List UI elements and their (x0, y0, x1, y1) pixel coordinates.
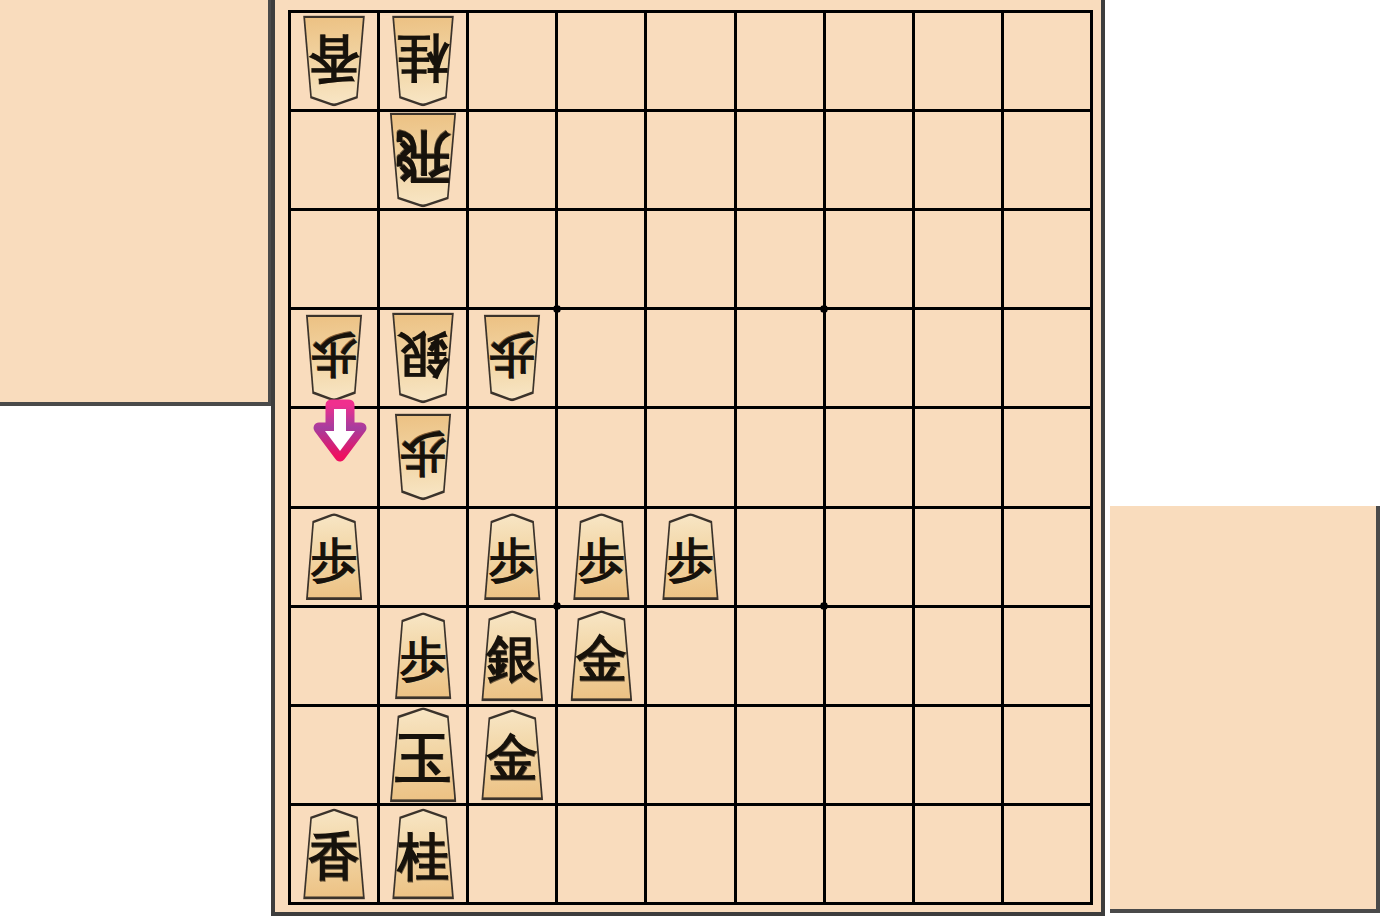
square-8g[interactable]: 歩 (380, 608, 466, 704)
sente-pawn-9f[interactable]: 歩 (298, 513, 370, 600)
square-9a[interactable]: 香 (291, 13, 377, 109)
square-5i[interactable] (647, 806, 733, 902)
square-1i[interactable] (1004, 806, 1090, 902)
square-9d[interactable]: 歩 (291, 310, 377, 406)
square-5c[interactable] (647, 211, 733, 307)
square-8b[interactable]: 飛 (380, 112, 466, 208)
square-7a[interactable] (469, 13, 555, 109)
square-3e[interactable] (826, 409, 912, 505)
board-grid: 香桂飛歩銀歩歩歩歩歩歩歩銀金玉金香桂 (288, 10, 1093, 905)
piece-kanji: 歩 (654, 537, 726, 583)
gote-piece-stand[interactable] (0, 0, 272, 406)
square-3c[interactable] (826, 211, 912, 307)
square-1c[interactable] (1004, 211, 1090, 307)
square-4b[interactable] (737, 112, 823, 208)
square-2h[interactable] (915, 707, 1001, 803)
square-8i[interactable]: 桂 (380, 806, 466, 902)
square-8f[interactable] (380, 509, 466, 605)
square-3i[interactable] (826, 806, 912, 902)
square-6c[interactable] (558, 211, 644, 307)
square-2c[interactable] (915, 211, 1001, 307)
move-arrow-icon (311, 398, 369, 466)
piece-kanji: 歩 (476, 537, 548, 583)
square-4h[interactable] (737, 707, 823, 803)
square-7c[interactable] (469, 211, 555, 307)
square-2f[interactable] (915, 509, 1001, 605)
square-1a[interactable] (1004, 13, 1090, 109)
sente-lance-9i[interactable]: 香 (295, 808, 374, 899)
square-3f[interactable] (826, 509, 912, 605)
square-2a[interactable] (915, 13, 1001, 109)
square-7g[interactable]: 銀 (469, 608, 555, 704)
star-point (554, 602, 561, 609)
square-6f[interactable]: 歩 (558, 509, 644, 605)
piece-kanji: 金 (473, 733, 552, 784)
star-point (554, 306, 561, 313)
square-1e[interactable] (1004, 409, 1090, 505)
square-8h[interactable]: 玉 (380, 707, 466, 803)
square-9f[interactable]: 歩 (291, 509, 377, 605)
square-9h[interactable] (291, 707, 377, 803)
square-7b[interactable] (469, 112, 555, 208)
square-8d[interactable]: 銀 (380, 310, 466, 406)
square-6e[interactable] (558, 409, 644, 505)
square-6g[interactable]: 金 (558, 608, 644, 704)
gote-silver-8d[interactable]: 銀 (384, 313, 463, 404)
square-1g[interactable] (1004, 608, 1090, 704)
sente-piece-stand[interactable] (1110, 506, 1380, 913)
square-9i[interactable]: 香 (291, 806, 377, 902)
piece-kanji: 飛 (381, 128, 466, 184)
piece-kanji: 歩 (298, 332, 370, 378)
gote-pawn-7d[interactable]: 歩 (476, 315, 548, 402)
square-7d[interactable]: 歩 (469, 310, 555, 406)
gote-knight-8a[interactable]: 桂 (384, 16, 463, 107)
square-4c[interactable] (737, 211, 823, 307)
sente-silver-7g[interactable]: 銀 (473, 610, 552, 701)
sente-pawn-6f[interactable]: 歩 (565, 513, 637, 600)
gote-pawn-8e[interactable]: 歩 (387, 414, 459, 501)
square-7e[interactable] (469, 409, 555, 505)
square-9g[interactable] (291, 608, 377, 704)
shogi-diagram: 香桂飛歩銀歩歩歩歩歩歩歩銀金玉金香桂 (0, 0, 1380, 916)
square-7i[interactable] (469, 806, 555, 902)
sente-gold-6g[interactable]: 金 (562, 610, 641, 701)
square-5e[interactable] (647, 409, 733, 505)
star-point (820, 306, 827, 313)
square-1f[interactable] (1004, 509, 1090, 605)
square-3b[interactable] (826, 112, 912, 208)
piece-kanji: 香 (295, 832, 374, 883)
square-6h[interactable] (558, 707, 644, 803)
sente-pawn-5f[interactable]: 歩 (654, 513, 726, 600)
square-2b[interactable] (915, 112, 1001, 208)
piece-kanji: 歩 (387, 431, 459, 477)
square-1h[interactable] (1004, 707, 1090, 803)
sente-gold-7h[interactable]: 金 (473, 709, 552, 800)
square-8c[interactable] (380, 211, 466, 307)
square-8a[interactable]: 桂 (380, 13, 466, 109)
sente-pawn-7f[interactable]: 歩 (476, 513, 548, 600)
square-2e[interactable] (915, 409, 1001, 505)
piece-kanji: 銀 (384, 329, 463, 380)
piece-kanji: 銀 (473, 634, 552, 685)
square-9b[interactable] (291, 112, 377, 208)
shogi-board: 香桂飛歩銀歩歩歩歩歩歩歩銀金玉金香桂 (271, 0, 1105, 916)
square-2i[interactable] (915, 806, 1001, 902)
square-6i[interactable] (558, 806, 644, 902)
square-4g[interactable] (737, 608, 823, 704)
square-6a[interactable] (558, 13, 644, 109)
square-5f[interactable]: 歩 (647, 509, 733, 605)
square-1d[interactable] (1004, 310, 1090, 406)
piece-kanji: 歩 (565, 537, 637, 583)
square-2g[interactable] (915, 608, 1001, 704)
square-5d[interactable] (647, 310, 733, 406)
gote-rook-8b[interactable]: 飛 (381, 113, 466, 208)
square-3g[interactable] (826, 608, 912, 704)
square-2d[interactable] (915, 310, 1001, 406)
square-1b[interactable] (1004, 112, 1090, 208)
square-3a[interactable] (826, 13, 912, 109)
gote-lance-9a[interactable]: 香 (295, 16, 374, 107)
sente-knight-8i[interactable]: 桂 (384, 808, 463, 899)
gote-pawn-9d[interactable]: 歩 (298, 315, 370, 402)
square-5a[interactable] (647, 13, 733, 109)
square-7h[interactable]: 金 (469, 707, 555, 803)
square-4a[interactable] (737, 13, 823, 109)
piece-kanji: 金 (562, 634, 641, 685)
square-3h[interactable] (826, 707, 912, 803)
piece-kanji: 歩 (476, 332, 548, 378)
square-5g[interactable] (647, 608, 733, 704)
square-8e[interactable]: 歩 (380, 409, 466, 505)
piece-kanji: 歩 (298, 537, 370, 583)
square-9c[interactable] (291, 211, 377, 307)
square-4e[interactable] (737, 409, 823, 505)
square-4d[interactable] (737, 310, 823, 406)
square-3d[interactable] (826, 310, 912, 406)
piece-kanji: 玉 (381, 731, 466, 787)
square-6d[interactable] (558, 310, 644, 406)
square-4i[interactable] (737, 806, 823, 902)
square-7f[interactable]: 歩 (469, 509, 555, 605)
square-6b[interactable] (558, 112, 644, 208)
square-5h[interactable] (647, 707, 733, 803)
piece-kanji: 歩 (387, 636, 459, 682)
sente-pawn-8g[interactable]: 歩 (387, 612, 459, 699)
square-4f[interactable] (737, 509, 823, 605)
square-5b[interactable] (647, 112, 733, 208)
star-point (820, 602, 827, 609)
piece-kanji: 香 (295, 32, 374, 83)
sente-king-8h[interactable]: 玉 (381, 707, 466, 802)
piece-kanji: 桂 (384, 832, 463, 883)
piece-kanji: 桂 (384, 32, 463, 83)
